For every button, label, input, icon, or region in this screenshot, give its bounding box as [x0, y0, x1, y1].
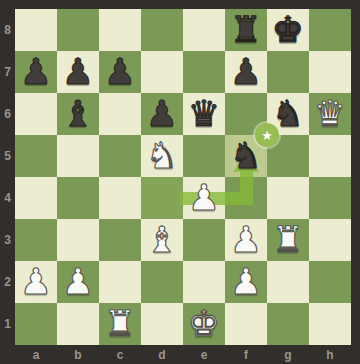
rank-label-4: 4 [0, 177, 15, 219]
square-c3[interactable] [99, 219, 141, 261]
square-b5[interactable] [57, 135, 99, 177]
piece-white-bishop-d3[interactable]: ♝ [141, 219, 183, 261]
square-g7[interactable] [267, 51, 309, 93]
file-label-b: b [57, 345, 99, 364]
square-a3[interactable] [15, 219, 57, 261]
piece-white-pawn-b2[interactable]: ♟ [57, 261, 99, 303]
piece-white-queen-h6[interactable]: ♛ [309, 93, 351, 135]
square-b3[interactable] [57, 219, 99, 261]
square-d4[interactable] [141, 177, 183, 219]
chess-board[interactable]: ★ ♜♚♟♟♟♟♝♟♛♞♛♞♞♟♝♟♜♟♟♟♜♚ [15, 9, 351, 345]
file-label-a: a [15, 345, 57, 364]
square-e7[interactable] [183, 51, 225, 93]
piece-white-rook-g3[interactable]: ♜ [267, 219, 309, 261]
square-e3[interactable] [183, 219, 225, 261]
square-b1[interactable] [57, 303, 99, 345]
square-f1[interactable] [225, 303, 267, 345]
square-a5[interactable] [15, 135, 57, 177]
piece-white-pawn-f3[interactable]: ♟ [225, 219, 267, 261]
square-a1[interactable] [15, 303, 57, 345]
square-h7[interactable] [309, 51, 351, 93]
square-c5[interactable] [99, 135, 141, 177]
rank-label-3: 3 [0, 219, 15, 261]
piece-black-pawn-c7[interactable]: ♟ [99, 51, 141, 93]
star-icon: ★ [261, 129, 273, 142]
piece-white-pawn-a2[interactable]: ♟ [15, 261, 57, 303]
piece-black-pawn-d6[interactable]: ♟ [141, 93, 183, 135]
file-label-g: g [267, 345, 309, 364]
square-a8[interactable] [15, 9, 57, 51]
square-h4[interactable] [309, 177, 351, 219]
rank-label-8: 8 [0, 9, 15, 51]
square-a4[interactable] [15, 177, 57, 219]
square-c8[interactable] [99, 9, 141, 51]
piece-black-queen-e6[interactable]: ♛ [183, 93, 225, 135]
square-d7[interactable] [141, 51, 183, 93]
square-h2[interactable] [309, 261, 351, 303]
square-h1[interactable] [309, 303, 351, 345]
square-b4[interactable] [57, 177, 99, 219]
square-e8[interactable] [183, 9, 225, 51]
rank-label-7: 7 [0, 51, 15, 93]
square-b8[interactable] [57, 9, 99, 51]
square-g4[interactable] [267, 177, 309, 219]
rank-label-5: 5 [0, 135, 15, 177]
square-e2[interactable] [183, 261, 225, 303]
piece-black-bishop-b6[interactable]: ♝ [57, 93, 99, 135]
rank-label-2: 2 [0, 261, 15, 303]
file-label-f: f [225, 345, 267, 364]
piece-black-pawn-b7[interactable]: ♟ [57, 51, 99, 93]
square-h8[interactable] [309, 9, 351, 51]
square-g2[interactable] [267, 261, 309, 303]
piece-white-king-e1[interactable]: ♚ [183, 303, 225, 345]
rank-labels: 87654321 [0, 9, 15, 345]
rank-label-1: 1 [0, 303, 15, 345]
piece-black-pawn-a7[interactable]: ♟ [15, 51, 57, 93]
rank-label-6: 6 [0, 93, 15, 135]
piece-black-rook-f8[interactable]: ♜ [225, 9, 267, 51]
star-badge: ★ [255, 123, 279, 147]
file-labels: abcdefgh [15, 345, 351, 364]
square-h5[interactable] [309, 135, 351, 177]
square-c4[interactable] [99, 177, 141, 219]
piece-white-pawn-f2[interactable]: ♟ [225, 261, 267, 303]
file-label-e: e [183, 345, 225, 364]
piece-white-pawn-e4[interactable]: ♟ [183, 177, 225, 219]
square-e5[interactable] [183, 135, 225, 177]
square-a6[interactable] [15, 93, 57, 135]
square-c2[interactable] [99, 261, 141, 303]
piece-black-king-g8[interactable]: ♚ [267, 9, 309, 51]
square-g1[interactable] [267, 303, 309, 345]
file-label-d: d [141, 345, 183, 364]
file-label-h: h [309, 345, 351, 364]
piece-white-rook-c1[interactable]: ♜ [99, 303, 141, 345]
square-d2[interactable] [141, 261, 183, 303]
square-d1[interactable] [141, 303, 183, 345]
square-d8[interactable] [141, 9, 183, 51]
chess-board-screen: 87654321 abcdefgh ★ ♜♚♟♟♟♟♝♟♛♞♛♞♞♟♝♟♜♟♟♟… [0, 0, 360, 364]
square-c6[interactable] [99, 93, 141, 135]
square-h3[interactable] [309, 219, 351, 261]
file-label-c: c [99, 345, 141, 364]
piece-white-knight-d5[interactable]: ♞ [141, 135, 183, 177]
piece-black-pawn-f7[interactable]: ♟ [225, 51, 267, 93]
